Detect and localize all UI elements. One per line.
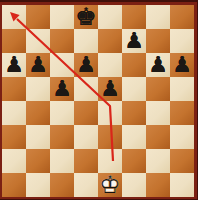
square-a8[interactable] xyxy=(2,5,26,29)
chessboard-frame: ♚♟♟♟♟♟♟♟♟♚♔ xyxy=(0,0,198,200)
square-f1[interactable] xyxy=(122,173,146,197)
square-a7[interactable] xyxy=(2,29,26,53)
square-f6[interactable] xyxy=(122,53,146,77)
square-e5[interactable]: ♟ xyxy=(98,77,122,101)
square-h7[interactable] xyxy=(170,29,194,53)
square-h3[interactable] xyxy=(170,125,194,149)
square-c2[interactable] xyxy=(50,149,74,173)
square-e1[interactable]: ♚♔ xyxy=(98,173,122,197)
square-b6[interactable]: ♟ xyxy=(26,53,50,77)
white-king-e1[interactable]: ♔ xyxy=(99,173,121,197)
square-a2[interactable] xyxy=(2,149,26,173)
square-g1[interactable] xyxy=(146,173,170,197)
square-c4[interactable] xyxy=(50,101,74,125)
square-d2[interactable] xyxy=(74,149,98,173)
square-c1[interactable] xyxy=(50,173,74,197)
square-g3[interactable] xyxy=(146,125,170,149)
square-e4[interactable] xyxy=(98,101,122,125)
square-b2[interactable] xyxy=(26,149,50,173)
square-c7[interactable] xyxy=(50,29,74,53)
black-pawn-g6[interactable]: ♟ xyxy=(148,54,168,76)
square-h1[interactable] xyxy=(170,173,194,197)
square-h5[interactable] xyxy=(170,77,194,101)
square-e6[interactable] xyxy=(98,53,122,77)
square-f2[interactable] xyxy=(122,149,146,173)
black-pawn-h6[interactable]: ♟ xyxy=(172,54,192,76)
square-g8[interactable] xyxy=(146,5,170,29)
square-a6[interactable]: ♟ xyxy=(2,53,26,77)
square-h6[interactable]: ♟ xyxy=(170,53,194,77)
black-pawn-a6[interactable]: ♟ xyxy=(4,54,24,76)
square-d3[interactable] xyxy=(74,125,98,149)
square-g4[interactable] xyxy=(146,101,170,125)
square-e7[interactable] xyxy=(98,29,122,53)
square-b8[interactable] xyxy=(26,5,50,29)
square-d7[interactable] xyxy=(74,29,98,53)
square-f8[interactable] xyxy=(122,5,146,29)
black-king-d8[interactable]: ♚ xyxy=(75,5,97,29)
square-c8[interactable] xyxy=(50,5,74,29)
square-h2[interactable] xyxy=(170,149,194,173)
square-h8[interactable] xyxy=(170,5,194,29)
square-g2[interactable] xyxy=(146,149,170,173)
square-d8[interactable]: ♚ xyxy=(74,5,98,29)
square-a3[interactable] xyxy=(2,125,26,149)
square-d5[interactable] xyxy=(74,77,98,101)
square-d6[interactable]: ♟ xyxy=(74,53,98,77)
square-b5[interactable] xyxy=(26,77,50,101)
square-c3[interactable] xyxy=(50,125,74,149)
black-pawn-b6[interactable]: ♟ xyxy=(28,54,48,76)
black-pawn-f7[interactable]: ♟ xyxy=(124,30,144,52)
black-pawn-e5[interactable]: ♟ xyxy=(100,78,120,100)
square-b1[interactable] xyxy=(26,173,50,197)
square-b7[interactable] xyxy=(26,29,50,53)
square-d1[interactable] xyxy=(74,173,98,197)
square-e2[interactable] xyxy=(98,149,122,173)
square-b3[interactable] xyxy=(26,125,50,149)
square-b4[interactable] xyxy=(26,101,50,125)
square-g5[interactable] xyxy=(146,77,170,101)
square-h4[interactable] xyxy=(170,101,194,125)
square-e3[interactable] xyxy=(98,125,122,149)
square-c6[interactable] xyxy=(50,53,74,77)
square-g7[interactable] xyxy=(146,29,170,53)
square-e8[interactable] xyxy=(98,5,122,29)
black-pawn-d6[interactable]: ♟ xyxy=(76,54,96,76)
square-a1[interactable] xyxy=(2,173,26,197)
square-a4[interactable] xyxy=(2,101,26,125)
square-g6[interactable]: ♟ xyxy=(146,53,170,77)
square-c5[interactable]: ♟ xyxy=(50,77,74,101)
square-f7[interactable]: ♟ xyxy=(122,29,146,53)
square-f4[interactable] xyxy=(122,101,146,125)
chessboard: ♚♟♟♟♟♟♟♟♟♚♔ xyxy=(2,5,194,197)
square-a5[interactable] xyxy=(2,77,26,101)
black-pawn-c5[interactable]: ♟ xyxy=(52,78,72,100)
square-f3[interactable] xyxy=(122,125,146,149)
square-f5[interactable] xyxy=(122,77,146,101)
square-d4[interactable] xyxy=(74,101,98,125)
